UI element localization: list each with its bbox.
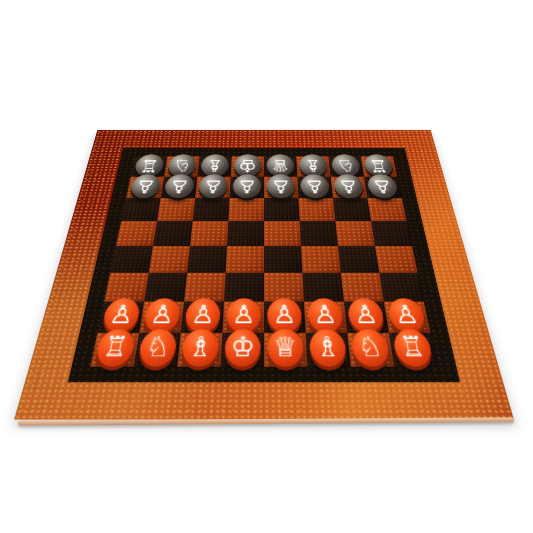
piece-black-rook: ♖ xyxy=(363,154,395,176)
square-c5 xyxy=(190,221,228,246)
piece-red-pawn: ♙ xyxy=(307,298,344,332)
square-b7: ♙ xyxy=(161,177,198,199)
piece-red-queen: ♕ xyxy=(267,329,304,366)
square-f3 xyxy=(302,273,343,302)
piece-symbol: ♙ xyxy=(108,302,135,327)
square-d6 xyxy=(228,198,264,221)
piece-black-bishop: ♗ xyxy=(299,154,328,176)
chess-board: ♖♘♗♔♕♗♘♖♙♙♙♙♙♙♙♙♙♙♙♙♙♙♙♙♖♘♗♔♕♗♘♖ xyxy=(14,130,514,419)
piece-symbol: ♙ xyxy=(393,302,420,327)
piece-black-bishop: ♗ xyxy=(200,154,229,176)
square-g3 xyxy=(341,273,384,302)
piece-symbol: ♙ xyxy=(338,177,359,195)
piece-black-king: ♔ xyxy=(233,154,261,176)
piece-symbol: ♖ xyxy=(368,157,389,173)
piece-black-pawn: ♙ xyxy=(300,174,330,198)
piece-symbol: ♙ xyxy=(271,177,290,195)
square-f5 xyxy=(300,221,338,246)
piece-symbol: ♙ xyxy=(135,177,157,195)
square-g5 xyxy=(335,221,375,246)
piece-black-pawn: ♙ xyxy=(129,174,162,198)
piece-symbol: ♙ xyxy=(149,302,175,327)
square-f6 xyxy=(298,198,335,221)
square-a5 xyxy=(116,221,157,246)
piece-symbol: ♙ xyxy=(232,302,255,327)
piece-symbol: ♙ xyxy=(237,177,256,195)
piece-symbol: ♗ xyxy=(205,157,225,173)
piece-symbol: ♙ xyxy=(353,302,379,327)
square-b1: ♘ xyxy=(134,333,181,367)
piece-black-pawn: ♙ xyxy=(232,174,261,198)
piece-symbol: ♘ xyxy=(144,333,171,361)
square-g7: ♙ xyxy=(331,177,368,199)
piece-red-rook: ♖ xyxy=(392,329,434,366)
square-e1: ♕ xyxy=(264,333,307,367)
square-b4 xyxy=(149,246,190,273)
piece-symbol: ♘ xyxy=(172,157,192,173)
square-e6 xyxy=(264,198,300,221)
square-h5 xyxy=(371,221,412,246)
square-b5 xyxy=(153,221,193,246)
square-g4 xyxy=(338,246,379,273)
piece-black-knight: ♘ xyxy=(331,154,361,176)
square-c1: ♗ xyxy=(177,333,222,367)
square-f4 xyxy=(301,246,341,273)
square-f1: ♗ xyxy=(306,333,351,367)
square-a4 xyxy=(110,246,153,273)
square-h3 xyxy=(379,273,424,302)
board-3d-wrapper: ♖♘♗♔♕♗♘♖♙♙♙♙♙♙♙♙♙♙♙♙♙♙♙♙♖♘♗♔♕♗♘♖ xyxy=(14,130,514,419)
square-e3 xyxy=(264,273,304,302)
square-a6 xyxy=(121,198,160,221)
piece-red-pawn: ♙ xyxy=(267,298,302,332)
square-c3 xyxy=(184,273,225,302)
square-d5 xyxy=(227,221,264,246)
square-g1: ♘ xyxy=(347,333,394,367)
square-h2: ♙ xyxy=(384,302,431,333)
square-b2: ♙ xyxy=(139,302,184,333)
piece-red-king: ♔ xyxy=(224,329,261,366)
piece-symbol: ♘ xyxy=(336,157,356,173)
piece-black-pawn: ♙ xyxy=(333,174,364,198)
square-a7: ♙ xyxy=(126,177,164,199)
piece-black-knight: ♘ xyxy=(167,154,197,176)
square-f7: ♙ xyxy=(297,177,333,199)
piece-black-queen: ♕ xyxy=(267,154,295,176)
piece-symbol: ♙ xyxy=(203,177,223,195)
square-b6 xyxy=(157,198,195,221)
piece-red-pawn: ♙ xyxy=(226,298,261,332)
square-h6 xyxy=(367,198,406,221)
square-h1: ♖ xyxy=(389,333,438,367)
piece-black-pawn: ♙ xyxy=(163,174,194,198)
square-f2: ♙ xyxy=(304,302,347,333)
square-e4 xyxy=(264,246,302,273)
square-g2: ♙ xyxy=(344,302,389,333)
piece-symbol: ♕ xyxy=(273,333,297,361)
piece-symbol: ♙ xyxy=(190,302,215,327)
piece-red-pawn: ♙ xyxy=(143,298,182,332)
piece-black-pawn: ♙ xyxy=(198,174,228,198)
piece-symbol: ♙ xyxy=(273,302,296,327)
square-d3 xyxy=(224,273,264,302)
piece-symbol: ♖ xyxy=(398,333,427,361)
piece-red-pawn: ♙ xyxy=(101,298,141,332)
piece-symbol: ♗ xyxy=(187,333,213,361)
piece-red-bishop: ♗ xyxy=(181,329,220,366)
square-g6 xyxy=(333,198,371,221)
square-a2: ♙ xyxy=(98,302,145,333)
piece-symbol: ♗ xyxy=(315,333,341,361)
piece-red-pawn: ♙ xyxy=(347,298,386,332)
square-h7: ♙ xyxy=(364,177,402,199)
piece-symbol: ♙ xyxy=(371,177,393,195)
piece-symbol: ♙ xyxy=(313,302,338,327)
square-d7: ♙ xyxy=(230,177,264,199)
piece-red-pawn: ♙ xyxy=(184,298,221,332)
square-e5 xyxy=(264,221,301,246)
piece-black-pawn: ♙ xyxy=(267,174,296,198)
square-c6 xyxy=(193,198,230,221)
square-c4 xyxy=(187,246,227,273)
piece-symbol: ♔ xyxy=(230,333,254,361)
square-e2: ♙ xyxy=(264,302,306,333)
square-c2: ♙ xyxy=(181,302,224,333)
square-h4 xyxy=(375,246,418,273)
square-b3 xyxy=(144,273,187,302)
piece-red-knight: ♘ xyxy=(350,329,390,366)
board-grid: ♖♘♗♔♕♗♘♖♙♙♙♙♙♙♙♙♙♙♙♙♙♙♙♙♖♘♗♔♕♗♘♖ xyxy=(90,156,437,366)
piece-symbol: ♙ xyxy=(305,177,325,195)
piece-symbol: ♙ xyxy=(169,177,190,195)
square-d1: ♔ xyxy=(221,333,264,367)
square-d2: ♙ xyxy=(222,302,264,333)
square-a3 xyxy=(104,273,149,302)
piece-symbol: ♖ xyxy=(101,333,130,361)
piece-symbol: ♗ xyxy=(303,157,323,173)
square-a1: ♖ xyxy=(90,333,139,367)
photo-background: ♖♘♗♔♕♗♘♖♙♙♙♙♙♙♙♙♙♙♙♙♙♙♙♙♖♘♗♔♕♗♘♖ xyxy=(0,0,533,533)
piece-symbol: ♖ xyxy=(139,157,160,173)
piece-red-knight: ♘ xyxy=(137,329,177,366)
piece-symbol: ♕ xyxy=(271,157,290,173)
square-c7: ♙ xyxy=(195,177,231,199)
piece-red-pawn: ♙ xyxy=(387,298,427,332)
square-d4 xyxy=(226,246,264,273)
piece-red-bishop: ♗ xyxy=(309,329,348,366)
piece-symbol: ♔ xyxy=(238,157,257,173)
board-frame: ♖♘♗♔♕♗♘♖♙♙♙♙♙♙♙♙♙♙♙♙♙♙♙♙♖♘♗♔♕♗♘♖ xyxy=(68,148,460,382)
piece-symbol: ♘ xyxy=(357,333,384,361)
piece-red-rook: ♖ xyxy=(94,329,136,366)
piece-black-rook: ♖ xyxy=(134,154,166,176)
square-e7: ♙ xyxy=(264,177,298,199)
piece-black-pawn: ♙ xyxy=(366,174,399,198)
